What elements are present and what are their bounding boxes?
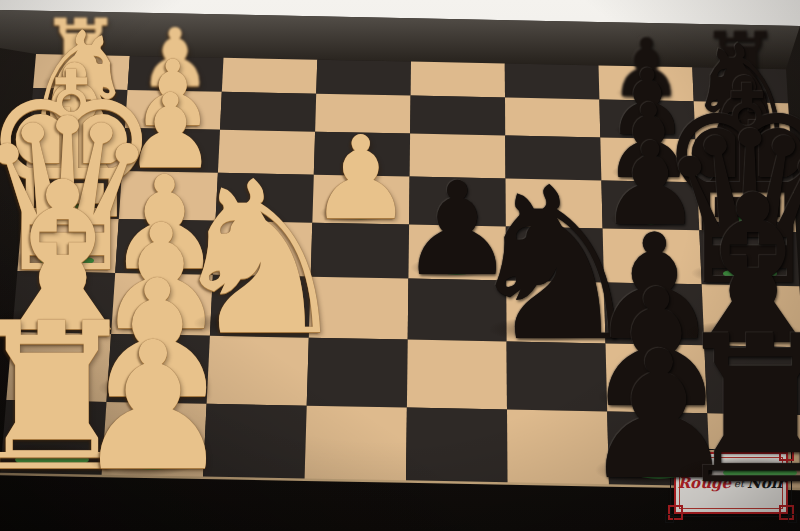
square-f8 [695,139,793,184]
square-d2 [115,219,215,275]
square-h6 [505,64,600,100]
square-e6 [506,179,603,229]
square-g5 [410,96,505,136]
square-e7 [601,180,699,230]
square-e5 [409,177,506,227]
square-b5 [407,340,507,410]
logo-plaque: Rouge et Noir [674,452,788,514]
square-a4 [305,406,407,482]
square-c6 [506,281,605,344]
square-a5 [406,408,508,484]
square-d7 [603,228,702,284]
square-h4 [316,60,411,96]
square-b1 [6,332,111,402]
square-e8 [697,182,796,232]
square-h3 [222,58,317,94]
square-f4 [314,132,410,177]
square-d3 [213,221,312,277]
square-h2 [128,56,224,92]
square-g8 [694,101,791,141]
square-b2 [107,334,210,404]
square-c1 [12,271,115,334]
square-a1 [0,400,107,476]
square-c4 [309,277,409,340]
square-b7 [606,343,708,413]
square-a6 [507,410,609,486]
square-h8 [692,67,788,103]
square-d1 [17,217,118,273]
square-f3 [218,130,315,175]
square-c7 [604,282,704,345]
square-b3 [207,336,309,406]
square-e1 [22,169,122,219]
square-g6 [505,98,600,138]
square-d6 [506,227,604,283]
logo-word-et: et [734,478,744,489]
square-c2 [111,273,213,336]
square-f1 [26,126,125,171]
logo-word-noir: Noir [747,474,784,492]
logo-word-rouge: Rouge [678,474,731,492]
square-h7 [599,65,694,101]
square-g3 [220,92,316,132]
square-c5 [408,279,507,342]
square-d5 [408,225,506,281]
square-a3 [203,404,307,480]
square-c3 [210,275,311,338]
square-f7 [600,137,697,182]
square-f5 [410,134,506,179]
chess-set-photo: ♜♟♟♜♞♟♟♞♝♟♟♝♚♟♟♚♛♟♟♛♝♟♞♞♟♝♟♟♜♟♟♜ Rouge e… [0,0,800,531]
square-b8 [704,345,800,415]
square-e2 [119,171,218,221]
square-g4 [315,94,411,134]
square-e3 [216,173,314,223]
square-e4 [312,175,409,225]
square-c8 [702,284,800,347]
square-g7 [599,99,695,139]
logo-text: Rouge et Noir [676,454,786,512]
square-f6 [505,136,601,181]
square-h5 [411,62,505,98]
square-g2 [125,90,222,130]
square-b4 [307,338,408,408]
square-a2 [102,402,207,478]
square-d8 [699,230,799,286]
square-f2 [122,128,220,173]
square-d4 [311,223,409,279]
square-b6 [507,342,608,412]
square-g1 [30,88,128,128]
square-h1 [33,54,130,90]
